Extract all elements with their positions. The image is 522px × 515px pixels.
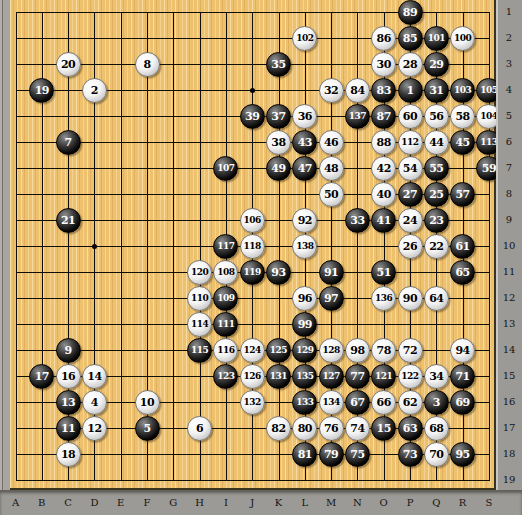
stone-white-O8: 40	[371, 182, 396, 207]
stone-white-C15: 16	[56, 364, 81, 389]
stone-white-O14: 78	[371, 338, 396, 363]
stone-black-O11: 51	[371, 260, 396, 285]
stone-black-I7: 107	[213, 156, 238, 181]
stone-black-P4: 1	[398, 78, 423, 103]
stone-black-R6: 45	[450, 130, 475, 155]
stone-black-C9: 21	[56, 208, 81, 233]
stone-white-J16: 132	[240, 390, 265, 415]
column-label-I: I	[224, 498, 228, 508]
stone-black-H14: 115	[187, 338, 212, 363]
stone-black-Q4: 31	[424, 78, 449, 103]
stone-black-B15: 17	[29, 364, 54, 389]
row-label-19: 19	[503, 475, 516, 485]
grid-line-horizontal	[16, 480, 490, 481]
stone-black-N5: 137	[345, 104, 370, 129]
stone-black-I10: 117	[213, 234, 238, 259]
column-label-C: C	[64, 498, 72, 508]
stone-white-L12: 96	[292, 286, 317, 311]
stone-black-L6: 43	[292, 130, 317, 155]
stone-white-R2: 100	[450, 26, 475, 51]
stone-white-L5: 36	[292, 104, 317, 129]
stone-white-P15: 122	[398, 364, 423, 389]
column-label-A: A	[12, 498, 19, 508]
stone-white-C3: 20	[56, 52, 81, 77]
stone-white-O16: 66	[371, 390, 396, 415]
row-label-18: 18	[503, 449, 516, 459]
column-label-M: M	[326, 498, 336, 508]
column-label-S: S	[485, 498, 492, 508]
column-label-B: B	[38, 498, 45, 508]
stone-white-P12: 90	[398, 286, 423, 311]
row-label-6: 6	[506, 137, 512, 147]
column-label-P: P	[407, 498, 414, 508]
stone-black-P17: 63	[398, 416, 423, 441]
row-label-17: 17	[503, 423, 516, 433]
stone-black-C6: 7	[56, 130, 81, 155]
stone-black-Q9: 23	[424, 208, 449, 233]
stone-black-O4: 83	[371, 78, 396, 103]
stone-black-M15: 127	[319, 364, 344, 389]
column-label-D: D	[90, 498, 98, 508]
stone-white-I11: 108	[213, 260, 238, 285]
stone-black-Q2: 101	[424, 26, 449, 51]
stone-black-L13: 99	[292, 312, 317, 337]
stone-white-P9: 24	[398, 208, 423, 233]
stone-white-M6: 46	[319, 130, 344, 155]
stone-black-C16: 13	[56, 390, 81, 415]
grid-line-horizontal	[16, 324, 490, 325]
stone-white-H17: 6	[187, 416, 212, 441]
stone-white-C18: 18	[56, 442, 81, 467]
stone-white-Q17: 68	[424, 416, 449, 441]
stone-white-Q18: 70	[424, 442, 449, 467]
row-label-8: 8	[506, 189, 512, 199]
stone-white-Q15: 34	[424, 364, 449, 389]
stone-black-L7: 47	[292, 156, 317, 181]
stone-white-M4: 32	[319, 78, 344, 103]
go-board[interactable]: 1234567891011121314151617181920212223242…	[10, 0, 496, 490]
stone-white-P10: 26	[398, 234, 423, 259]
stone-black-R11: 65	[450, 260, 475, 285]
row-label-15: 15	[503, 371, 516, 381]
grid-line-vertical	[279, 12, 280, 481]
row-label-13: 13	[503, 319, 516, 329]
stone-white-I14: 116	[213, 338, 238, 363]
stone-black-O5: 87	[371, 104, 396, 129]
stone-white-Q12: 64	[424, 286, 449, 311]
column-label-R: R	[459, 498, 467, 508]
row-label-3: 3	[506, 59, 512, 69]
column-label-F: F	[144, 498, 151, 508]
stone-black-P1: 89	[398, 0, 423, 25]
stone-white-D17: 12	[82, 416, 107, 441]
stone-white-N17: 74	[345, 416, 370, 441]
stone-white-O7: 42	[371, 156, 396, 181]
stone-black-I15: 123	[213, 364, 238, 389]
column-label-K: K	[275, 498, 282, 508]
column-label-O: O	[380, 498, 388, 508]
stone-white-D15: 14	[82, 364, 107, 389]
row-label-5: 5	[506, 111, 512, 121]
stone-white-L9: 92	[292, 208, 317, 233]
stone-black-K7: 49	[266, 156, 291, 181]
stone-black-N9: 33	[345, 208, 370, 233]
go-game-window: 1234567891011121314151617181920212223242…	[0, 0, 522, 515]
stone-white-P5: 60	[398, 104, 423, 129]
stone-black-F17: 5	[135, 416, 160, 441]
row-label-4: 4	[506, 85, 512, 95]
stone-black-K11: 93	[266, 260, 291, 285]
stone-black-B4: 19	[29, 78, 54, 103]
stone-black-I13: 111	[213, 312, 238, 337]
stone-white-H12: 110	[187, 286, 212, 311]
column-coordinate-panel	[0, 490, 522, 515]
stone-white-J10: 118	[240, 234, 265, 259]
stone-black-R4: 103	[450, 78, 475, 103]
stone-white-N4: 84	[345, 78, 370, 103]
stone-black-R8: 57	[450, 182, 475, 207]
stone-black-P2: 85	[398, 26, 423, 51]
column-label-L: L	[301, 498, 308, 508]
stone-black-K15: 131	[266, 364, 291, 389]
stone-black-Q8: 25	[424, 182, 449, 207]
stone-black-K3: 35	[266, 52, 291, 77]
stone-black-Q16: 3	[424, 390, 449, 415]
row-coordinate-panel	[496, 0, 522, 515]
stone-white-L2: 102	[292, 26, 317, 51]
column-label-H: H	[195, 498, 204, 508]
stone-white-D16: 4	[82, 390, 107, 415]
stone-black-P18: 73	[398, 442, 423, 467]
row-label-9: 9	[506, 215, 512, 225]
stone-white-P16: 62	[398, 390, 423, 415]
stone-white-M16: 134	[319, 390, 344, 415]
stone-black-Q3: 29	[424, 52, 449, 77]
stone-black-M12: 97	[319, 286, 344, 311]
stone-black-L14: 129	[292, 338, 317, 363]
stone-white-L17: 80	[292, 416, 317, 441]
stone-black-O15: 121	[371, 364, 396, 389]
stone-white-M7: 48	[319, 156, 344, 181]
stone-white-P7: 54	[398, 156, 423, 181]
stone-black-N18: 75	[345, 442, 370, 467]
star-point	[92, 244, 97, 249]
stone-white-K6: 38	[266, 130, 291, 155]
stone-black-R15: 71	[450, 364, 475, 389]
stone-white-H11: 120	[187, 260, 212, 285]
column-label-J: J	[250, 498, 254, 508]
stone-white-O6: 88	[371, 130, 396, 155]
row-label-2: 2	[506, 33, 512, 43]
stone-white-F16: 10	[135, 390, 160, 415]
stone-white-K17: 82	[266, 416, 291, 441]
stone-white-R5: 58	[450, 104, 475, 129]
stone-black-L15: 135	[292, 364, 317, 389]
stone-white-P3: 28	[398, 52, 423, 77]
row-label-12: 12	[503, 293, 516, 303]
stone-black-J5: 39	[240, 104, 265, 129]
stone-white-J15: 126	[240, 364, 265, 389]
stone-white-N14: 98	[345, 338, 370, 363]
stone-white-O12: 136	[371, 286, 396, 311]
stone-black-P8: 27	[398, 182, 423, 207]
stone-white-O3: 30	[371, 52, 396, 77]
stone-white-D4: 2	[82, 78, 107, 103]
stone-white-P14: 72	[398, 338, 423, 363]
stone-white-J9: 106	[240, 208, 265, 233]
stone-black-L16: 133	[292, 390, 317, 415]
stone-white-Q6: 44	[424, 130, 449, 155]
stone-black-R16: 69	[450, 390, 475, 415]
stone-black-M11: 91	[319, 260, 344, 285]
stone-black-C14: 9	[56, 338, 81, 363]
stone-white-H13: 114	[187, 312, 212, 337]
row-label-1: 1	[506, 7, 512, 17]
stone-black-I12: 109	[213, 286, 238, 311]
stone-black-R18: 95	[450, 442, 475, 467]
column-label-N: N	[353, 498, 362, 508]
stone-white-Q5: 56	[424, 104, 449, 129]
column-label-E: E	[117, 498, 124, 508]
window-left-frame	[0, 0, 10, 515]
stone-black-N15: 77	[345, 364, 370, 389]
stone-white-R14: 94	[450, 338, 475, 363]
stone-black-Q7: 55	[424, 156, 449, 181]
stone-white-F3: 8	[135, 52, 160, 77]
stone-white-J14: 124	[240, 338, 265, 363]
star-point	[250, 88, 255, 93]
row-label-14: 14	[503, 345, 516, 355]
stone-black-N16: 67	[345, 390, 370, 415]
row-label-10: 10	[503, 241, 516, 251]
stone-white-Q10: 22	[424, 234, 449, 259]
stone-black-R10: 61	[450, 234, 475, 259]
stone-white-L10: 138	[292, 234, 317, 259]
stone-white-P6: 112	[398, 130, 423, 155]
stone-white-M14: 128	[319, 338, 344, 363]
stone-white-O2: 86	[371, 26, 396, 51]
stone-black-C17: 11	[56, 416, 81, 441]
row-label-11: 11	[503, 267, 516, 277]
stone-white-M8: 50	[319, 182, 344, 207]
row-label-7: 7	[506, 163, 512, 173]
stone-black-O17: 15	[371, 416, 396, 441]
stone-black-L18: 81	[292, 442, 317, 467]
stone-black-J11: 119	[240, 260, 265, 285]
column-label-Q: Q	[432, 498, 440, 508]
stone-black-O9: 41	[371, 208, 396, 233]
stone-black-M18: 79	[319, 442, 344, 467]
column-label-G: G	[169, 498, 177, 508]
row-label-16: 16	[503, 397, 516, 407]
stone-black-K14: 125	[266, 338, 291, 363]
stone-white-M17: 76	[319, 416, 344, 441]
stone-black-K5: 37	[266, 104, 291, 129]
